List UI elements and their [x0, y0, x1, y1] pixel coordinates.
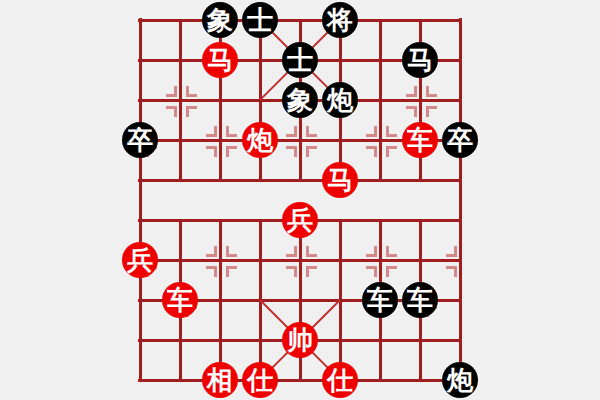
point-marker: [426, 86, 437, 97]
point-marker: [206, 146, 217, 157]
point-marker: [386, 246, 397, 257]
grid-vline: [179, 19, 182, 181]
point-marker: [366, 266, 377, 277]
piece-red-horse[interactable]: 马: [202, 42, 238, 78]
point-marker: [366, 246, 377, 257]
piece-black-elephant[interactable]: 象: [282, 82, 318, 118]
piece-red-general[interactable]: 帅: [282, 322, 318, 358]
piece-black-soldier[interactable]: 卒: [442, 122, 478, 158]
point-marker: [206, 246, 217, 257]
point-marker: [306, 146, 317, 157]
piece-red-cannon[interactable]: 炮: [242, 122, 278, 158]
point-marker: [406, 106, 417, 117]
piece-black-advisor[interactable]: 士: [242, 2, 278, 38]
xiangqi-app: 象士将马士马象炮卒炮车卒马兵兵车车车帅相仕仕炮: [0, 0, 600, 400]
point-marker: [226, 146, 237, 157]
point-marker: [286, 126, 297, 137]
xiangqi-board[interactable]: 象士将马士马象炮卒炮车卒马兵兵车车车帅相仕仕炮: [0, 0, 600, 400]
piece-black-cannon[interactable]: 炮: [322, 82, 358, 118]
grid-vline: [219, 219, 222, 381]
point-marker: [406, 86, 417, 97]
point-marker: [226, 126, 237, 137]
point-marker: [186, 86, 197, 97]
point-marker: [386, 266, 397, 277]
piece-red-chariot[interactable]: 车: [402, 122, 438, 158]
grid-vline: [459, 18, 462, 382]
piece-black-soldier[interactable]: 卒: [122, 122, 158, 158]
point-marker: [426, 106, 437, 117]
piece-red-advisor[interactable]: 仕: [322, 362, 358, 398]
piece-red-soldier[interactable]: 兵: [122, 242, 158, 278]
point-marker: [446, 266, 457, 277]
grid-vline: [379, 19, 382, 181]
point-marker: [366, 126, 377, 137]
piece-red-chariot[interactable]: 车: [162, 282, 198, 318]
piece-black-cannon[interactable]: 炮: [442, 362, 478, 398]
grid-vline: [139, 18, 142, 382]
piece-red-advisor[interactable]: 仕: [242, 362, 278, 398]
point-marker: [286, 246, 297, 257]
point-marker: [206, 266, 217, 277]
piece-black-general[interactable]: 将: [322, 2, 358, 38]
point-marker: [366, 146, 377, 157]
piece-black-chariot[interactable]: 车: [402, 282, 438, 318]
point-marker: [386, 126, 397, 137]
piece-red-soldier[interactable]: 兵: [282, 202, 318, 238]
point-marker: [166, 106, 177, 117]
point-marker: [226, 246, 237, 257]
piece-black-chariot[interactable]: 车: [362, 282, 398, 318]
piece-black-advisor[interactable]: 士: [282, 42, 318, 78]
point-marker: [446, 246, 457, 257]
piece-red-horse[interactable]: 马: [322, 162, 358, 198]
point-marker: [166, 86, 177, 97]
point-marker: [186, 106, 197, 117]
point-marker: [306, 246, 317, 257]
point-marker: [306, 126, 317, 137]
point-marker: [206, 126, 217, 137]
point-marker: [286, 266, 297, 277]
point-marker: [386, 146, 397, 157]
point-marker: [286, 146, 297, 157]
piece-black-elephant[interactable]: 象: [202, 2, 238, 38]
piece-black-horse[interactable]: 马: [402, 42, 438, 78]
point-marker: [306, 266, 317, 277]
point-marker: [226, 266, 237, 277]
piece-red-elephant[interactable]: 相: [202, 362, 238, 398]
